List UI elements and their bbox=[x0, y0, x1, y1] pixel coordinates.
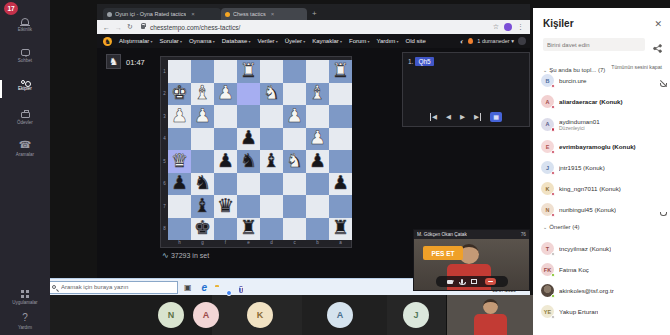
rank-label: 8 bbox=[161, 218, 168, 241]
analysis-board-button[interactable]: ▦ bbox=[490, 112, 502, 122]
presence-busy-dot bbox=[551, 213, 556, 218]
avatar: E bbox=[541, 140, 554, 153]
square-a3[interactable] bbox=[329, 105, 352, 128]
search-input[interactable] bbox=[59, 283, 169, 291]
mini-call-titlebar: M. Gökçen Okan Çatak 76 bbox=[414, 230, 529, 239]
participant-text: king_ngn7011 (Konuk) bbox=[559, 185, 621, 192]
piece-white-rook-a1[interactable]: ♜ bbox=[332, 61, 349, 80]
participant-row[interactable]: Bburcin.ure bbox=[541, 70, 666, 91]
menu-item-sorular[interactable]: Sorular ▾ bbox=[159, 38, 181, 44]
tab-favicon-icon bbox=[225, 12, 230, 17]
square-g8[interactable]: ♚ bbox=[191, 218, 214, 241]
strip-avatar-N: N bbox=[158, 302, 184, 328]
square-e2[interactable] bbox=[237, 83, 260, 106]
browser-tab-2[interactable]: Chess tactics× bbox=[221, 8, 307, 20]
participant-name: king_ngn7011 (Konuk) bbox=[559, 185, 621, 192]
piece-white-pawn-b4[interactable]: ♟ bbox=[309, 128, 326, 147]
participant-row[interactable]: Kking_ngn7011 (Konuk) bbox=[541, 178, 666, 199]
participant-text: burcin.ure bbox=[559, 77, 587, 84]
presence-offline-dot bbox=[551, 315, 556, 320]
hangup-button[interactable] bbox=[485, 278, 496, 285]
avatar: K bbox=[541, 182, 554, 195]
back-icon[interactable]: ← bbox=[103, 24, 110, 31]
invite-field[interactable] bbox=[543, 38, 645, 51]
participant-name: aydinduman01 bbox=[559, 118, 600, 125]
participant-name: evrimbayramoglu (Konuk) bbox=[559, 143, 636, 150]
piece-black-queen-f7[interactable]: ♛ bbox=[217, 196, 234, 215]
streak-flame-icon bbox=[468, 38, 473, 44]
participant-row[interactable]: YEYakup Erturan bbox=[541, 301, 666, 322]
square-g6[interactable]: ♞ bbox=[191, 173, 214, 196]
avatar: A bbox=[541, 95, 554, 108]
participant-name: akinkoles@tsf.org.tr bbox=[559, 287, 614, 294]
piece-white-king-h2[interactable]: ♚ bbox=[171, 83, 188, 102]
avatar bbox=[541, 284, 554, 297]
participant-text: aliardaeracar (Konuk) bbox=[559, 98, 623, 105]
square-a6[interactable]: ♟ bbox=[329, 173, 352, 196]
square-g4[interactable] bbox=[191, 128, 214, 151]
sidebar-item-ekipler[interactable]: Ekipler bbox=[0, 78, 50, 91]
square-f2[interactable]: ♟ bbox=[214, 83, 237, 106]
square-e7[interactable] bbox=[237, 195, 260, 218]
participant-row[interactable]: Aaydinduman01Düzenleyici bbox=[541, 112, 666, 136]
chevron-down-icon: ▾ bbox=[247, 39, 250, 44]
chevron-down-icon: ▾ bbox=[395, 39, 398, 44]
address-bar[interactable]: chesstempo.com/chess-tactics/ bbox=[150, 24, 488, 31]
square-d4[interactable] bbox=[260, 128, 283, 151]
camera-icon[interactable] bbox=[447, 280, 453, 284]
activity-badge: 17 bbox=[4, 2, 18, 15]
square-h2[interactable]: ♚ bbox=[168, 83, 191, 106]
square-d6[interactable] bbox=[260, 173, 283, 196]
screen-share-icon[interactable] bbox=[471, 279, 477, 284]
piece-black-bishop-g7[interactable]: ♝ bbox=[194, 196, 211, 215]
square-h7[interactable] bbox=[168, 195, 191, 218]
square-f6[interactable] bbox=[214, 173, 237, 196]
piece-white-pawn-f2[interactable]: ♟ bbox=[217, 83, 234, 102]
tab-favicon-icon bbox=[107, 12, 112, 17]
square-e1[interactable]: ♜ bbox=[237, 60, 260, 83]
square-h8[interactable] bbox=[168, 218, 191, 241]
square-c2[interactable] bbox=[283, 83, 306, 106]
square-d5[interactable]: ♝ bbox=[260, 150, 283, 173]
mini-call-right-text: 76 bbox=[521, 232, 526, 237]
square-e4[interactable]: ♟ bbox=[237, 128, 260, 151]
participant-name: nuribingul45 (Konuk) bbox=[559, 206, 616, 213]
piece-black-knight-e5[interactable]: ♞ bbox=[240, 151, 257, 170]
sidebar-item-label: Yardım bbox=[18, 325, 32, 330]
participant-name: Yakup Erturan bbox=[559, 308, 598, 315]
square-c6[interactable] bbox=[283, 173, 306, 196]
rank-label: 4 bbox=[161, 128, 168, 151]
avatar: N bbox=[541, 203, 554, 216]
skip-end-icon[interactable]: ▶ bbox=[474, 113, 481, 121]
activity-wave-icon: ∿ bbox=[162, 251, 171, 260]
suggestions-list: Ttncyyilmaz (Konuk)FKFatma Koçakinkoles@… bbox=[541, 238, 666, 322]
strip-avatar-A: A bbox=[327, 302, 353, 328]
sidebar-item-sohbet[interactable]: Sohbet bbox=[0, 47, 50, 63]
teams-app-icon[interactable]: T bbox=[239, 286, 243, 293]
avatar: FK bbox=[541, 263, 554, 276]
participant-text: evrimbayramoglu (Konuk) bbox=[559, 143, 636, 150]
participant-name: jntr1915 (Konuk) bbox=[559, 164, 605, 171]
rank-label: 7 bbox=[161, 195, 168, 218]
rank-label: 6 bbox=[161, 173, 168, 196]
participant-name: burcin.ure bbox=[559, 77, 587, 84]
square-a8[interactable]: ♜ bbox=[329, 218, 352, 241]
square-c5[interactable]: ♞ bbox=[283, 150, 306, 173]
chevron-down-icon: ⌄ bbox=[543, 224, 547, 230]
square-h5[interactable]: ♛ bbox=[168, 150, 191, 173]
mini-call-title: M. Gökçen Okan Çatak bbox=[417, 232, 467, 237]
people-panel: Kişiler ✕ ⌄Şu anda bu topl... (7) Tümünü… bbox=[533, 8, 670, 335]
piece-white-bishop-g2[interactable]: ♝ bbox=[194, 83, 211, 102]
piece-white-pawn-h3[interactable]: ♟ bbox=[171, 106, 188, 125]
chess-board-frame: 12345678 hgfedcba ♜♜♚♝♟♞♝♟♟♟♟♟♛♟♞♝♞♟♟♞♟♝… bbox=[160, 56, 352, 248]
current-move[interactable]: Qh5 bbox=[415, 57, 433, 66]
menubar-right: ◐ 1 dumaneder ▾ bbox=[460, 34, 526, 48]
piece-white-bishop-b2[interactable]: ♝ bbox=[309, 83, 326, 102]
tab-title: Chess tactics bbox=[233, 11, 266, 17]
chevron-down-icon: ▾ bbox=[149, 39, 152, 44]
square-d1[interactable] bbox=[260, 60, 283, 83]
square-c8[interactable] bbox=[283, 218, 306, 241]
chevron-down-icon: ▾ bbox=[302, 39, 305, 44]
chess-board[interactable]: ♜♜♚♝♟♞♝♟♟♟♟♟♛♟♞♝♞♟♟♞♟♝♛♚♜♜ bbox=[168, 60, 352, 240]
lock-icon bbox=[141, 25, 145, 29]
square-b7[interactable] bbox=[306, 195, 329, 218]
participant-row[interactable]: Ttncyyilmaz (Konuk) bbox=[541, 238, 666, 259]
refresh-icon[interactable]: ↻ bbox=[127, 23, 133, 31]
participant-text: jntr1915 (Konuk) bbox=[559, 164, 605, 171]
piece-white-rook-e1[interactable]: ♜ bbox=[240, 61, 257, 80]
chevron-down-icon: ▾ bbox=[339, 39, 342, 44]
square-h3[interactable]: ♟ bbox=[168, 105, 191, 128]
piece-black-bishop-d5[interactable]: ♝ bbox=[263, 151, 280, 170]
square-a1[interactable]: ♜ bbox=[329, 60, 352, 83]
square-c4[interactable] bbox=[283, 128, 306, 151]
presence-busy-dot bbox=[551, 127, 556, 132]
square-e3[interactable] bbox=[237, 105, 260, 128]
presence-busy-dot bbox=[551, 105, 556, 110]
avatar: YE bbox=[541, 305, 554, 318]
square-e8[interactable]: ♜ bbox=[237, 218, 260, 241]
user-avatar[interactable] bbox=[518, 37, 526, 45]
square-f8[interactable] bbox=[214, 218, 237, 241]
chevron-down-icon: ▾ bbox=[366, 39, 369, 44]
participant-name: Fatma Koç bbox=[559, 266, 589, 273]
webcam-person bbox=[447, 295, 533, 335]
piece-white-queen-h5[interactable]: ♛ bbox=[171, 151, 188, 170]
square-d8[interactable] bbox=[260, 218, 283, 241]
presence-available-dot bbox=[551, 294, 556, 299]
square-b6[interactable] bbox=[306, 173, 329, 196]
square-a4[interactable] bbox=[329, 128, 352, 151]
participant-name: tncyyilmaz (Konuk) bbox=[559, 245, 611, 252]
square-b4[interactable]: ♟ bbox=[306, 128, 329, 151]
menu-item-forum[interactable]: Forum ▾ bbox=[349, 38, 369, 44]
browser-tab-1[interactable]: Oyun içi - Oyna Rated tactics× bbox=[103, 8, 221, 20]
piece-white-knight-d2[interactable]: ♞ bbox=[263, 83, 280, 102]
square-f4[interactable] bbox=[214, 128, 237, 151]
piece-black-pawn-f5[interactable]: ♟ bbox=[217, 151, 234, 170]
square-f1[interactable] bbox=[214, 60, 237, 83]
sidebar-item-etkinlik[interactable]: Etkinlik bbox=[0, 16, 50, 32]
sidebar-item-ödevler[interactable]: Ödevler bbox=[0, 109, 50, 125]
participant-text: akinkoles@tsf.org.tr bbox=[559, 287, 614, 294]
playback-controls: ◀ ◀ ▶ ▶ ▦ bbox=[403, 112, 529, 122]
square-a5[interactable] bbox=[329, 150, 352, 173]
square-h6[interactable]: ♟ bbox=[168, 173, 191, 196]
chevron-down-icon: ▾ bbox=[212, 39, 215, 44]
problem-thumbnail-knight-icon: ♞ bbox=[106, 54, 121, 69]
assignments-icon bbox=[21, 112, 30, 118]
square-d3[interactable] bbox=[260, 105, 283, 128]
square-g5[interactable] bbox=[191, 150, 214, 173]
menu-item-oynama[interactable]: Oynama ▾ bbox=[189, 38, 215, 44]
strip-avatar-A: A bbox=[193, 302, 219, 328]
bookmark-star-icon[interactable]: ☆ bbox=[493, 23, 499, 31]
presence-busy-dot bbox=[551, 171, 556, 176]
square-e6[interactable] bbox=[237, 173, 260, 196]
piece-black-pawn-h6[interactable]: ♟ bbox=[171, 173, 188, 192]
close-icon[interactable]: ✕ bbox=[654, 19, 662, 29]
move-line: 1. Qh5 bbox=[408, 57, 434, 66]
piece-black-king-g8[interactable]: ♚ bbox=[194, 218, 211, 237]
participant-row[interactable]: Jjntr1915 (Konuk) bbox=[541, 157, 666, 178]
invite-input[interactable] bbox=[543, 41, 639, 49]
sidebar-item-label: Ekipler bbox=[18, 86, 32, 91]
piece-black-pawn-b5[interactable]: ♟ bbox=[309, 151, 326, 170]
sidebar-item-yardım[interactable]: ?Yardım bbox=[0, 313, 50, 330]
menu-item-kaynaklar[interactable]: Kaynaklar ▾ bbox=[312, 38, 342, 44]
avatar: A bbox=[541, 118, 554, 131]
participants-list: Bburcin.ureAaliardaeracar (Konuk)Aaydind… bbox=[541, 70, 666, 220]
square-d7[interactable] bbox=[260, 195, 283, 218]
sidebar-item-uygulamalar[interactable]: Uygulamalar bbox=[0, 288, 50, 305]
square-e5[interactable]: ♞ bbox=[237, 150, 260, 173]
participant-webcam[interactable] bbox=[446, 295, 533, 335]
square-g7[interactable]: ♝ bbox=[191, 195, 214, 218]
menu-item-veriler[interactable]: Veriler ▾ bbox=[258, 38, 278, 44]
presence-busy-dot bbox=[551, 84, 556, 89]
people-icon bbox=[21, 80, 25, 84]
dark-mode-icon[interactable]: ◐ bbox=[460, 38, 464, 45]
participant-row[interactable]: Nnuribingul45 (Konuk) bbox=[541, 199, 666, 220]
menu-items: Alıştırmalar ▾Sorular ▾Oynama ▾Database … bbox=[119, 38, 426, 44]
apps-grid-icon bbox=[21, 290, 24, 293]
rank-label: 2 bbox=[161, 83, 168, 106]
square-g3[interactable]: ♟ bbox=[191, 105, 214, 128]
call-controls bbox=[436, 276, 508, 287]
menu-item-yardım[interactable]: Yardım ▾ bbox=[376, 38, 398, 44]
strip-avatar-K: K bbox=[247, 302, 273, 328]
rank-label: 5 bbox=[161, 150, 168, 173]
phone-icon: ☎ bbox=[19, 140, 31, 150]
square-f3[interactable] bbox=[214, 105, 237, 128]
square-g2[interactable]: ♝ bbox=[191, 83, 214, 106]
strip-avatar-J: J bbox=[403, 302, 429, 328]
square-g1[interactable] bbox=[191, 60, 214, 83]
move-number: 1. bbox=[408, 58, 413, 65]
square-b5[interactable]: ♟ bbox=[306, 150, 329, 173]
piece-black-rook-e8[interactable]: ♜ bbox=[240, 218, 257, 237]
section-suggestions-header[interactable]: ⌄ Öneriler (4) bbox=[543, 224, 580, 230]
menu-item-database[interactable]: Database ▾ bbox=[222, 38, 251, 44]
square-h1[interactable] bbox=[168, 60, 191, 83]
people-panel-title: Kişiler bbox=[543, 18, 574, 29]
rank-label: 1 bbox=[161, 60, 168, 83]
sidebar-item-label: Aramalar bbox=[16, 152, 34, 157]
participant-row[interactable]: FKFatma Koç bbox=[541, 259, 666, 280]
move-list-panel: 1. Qh5 ◀ ◀ ▶ ▶ ▦ bbox=[402, 52, 530, 127]
forward-icon[interactable]: → bbox=[115, 24, 122, 31]
piece-black-pawn-a6[interactable]: ♟ bbox=[332, 173, 349, 192]
participant-text: nuribingul45 (Konuk) bbox=[559, 206, 616, 213]
taskbar-search[interactable] bbox=[48, 281, 178, 294]
participant-text: Fatma Koç bbox=[559, 266, 589, 273]
menu-item-alıştırmalar[interactable]: Alıştırmalar ▾ bbox=[119, 38, 152, 44]
participant-video-strip: NAKAJ bbox=[50, 295, 533, 335]
participant-row[interactable]: Aaliardaeracar (Konuk) bbox=[541, 91, 666, 112]
chevron-down-icon: ▾ bbox=[179, 39, 182, 44]
square-b2[interactable]: ♝ bbox=[306, 83, 329, 106]
avatar: T bbox=[541, 242, 554, 255]
teams-meeting-screen: 17 EtkinlikSohbetEkiplerÖdevler☎Aramalar… bbox=[0, 0, 670, 335]
piece-white-pawn-g3[interactable]: ♟ bbox=[194, 106, 211, 125]
square-c3[interactable]: ♟ bbox=[283, 105, 306, 128]
sidebar-item-label: Etkinlik bbox=[18, 27, 32, 32]
presence-busy-dot bbox=[551, 192, 556, 197]
piece-black-rook-a8[interactable]: ♜ bbox=[332, 218, 349, 237]
participant-name: aliardaeracar (Konuk) bbox=[559, 98, 623, 105]
skip-start-icon[interactable]: ◀ bbox=[430, 113, 437, 121]
tab-close-icon[interactable]: × bbox=[271, 11, 275, 17]
sidebar-item-aramalar[interactable]: ☎Aramalar bbox=[0, 140, 50, 157]
user-menu[interactable]: 1 dumaneder ▾ bbox=[477, 38, 514, 44]
piece-white-knight-c5[interactable]: ♞ bbox=[286, 151, 303, 170]
browser-tab-strip: Oyun içi - Oyna Rated tactics×Chess tact… bbox=[97, 4, 530, 20]
menu-item-üyeler[interactable]: Üyeler ▾ bbox=[285, 38, 305, 44]
edge-icon[interactable]: e bbox=[202, 282, 208, 293]
avatar: B bbox=[541, 74, 554, 87]
square-b3[interactable] bbox=[306, 105, 329, 128]
square-f7[interactable]: ♛ bbox=[214, 195, 237, 218]
mini-call-window[interactable]: M. Gökçen Okan Çatak 76 bbox=[413, 229, 530, 291]
piece-black-knight-g6[interactable]: ♞ bbox=[194, 173, 211, 192]
new-tab-icon[interactable]: + bbox=[312, 9, 317, 18]
prev-move-icon[interactable]: ◀ bbox=[446, 113, 451, 121]
browser-toolbar: ← → ↻ chesstempo.com/chess-tactics/ ☆ ⋮ bbox=[97, 20, 530, 34]
chat-icon bbox=[21, 49, 30, 56]
square-d2[interactable]: ♞ bbox=[260, 83, 283, 106]
sidebar-item-label: Uygulamalar bbox=[12, 300, 37, 305]
square-c7[interactable] bbox=[283, 195, 306, 218]
tab-close-icon[interactable]: × bbox=[191, 11, 195, 17]
problem-set-info: ∿ 37293 in set bbox=[162, 251, 209, 260]
chesstempo-menubar: ♞ Alıştırmalar ▾Sorular ▾Oynama ▾Databas… bbox=[97, 34, 530, 48]
game-clock: 01:47 bbox=[126, 58, 145, 67]
presence-available-dot bbox=[551, 273, 556, 278]
tab-title: Oyun içi - Oyna Rated tactics bbox=[115, 11, 186, 17]
next-move-icon[interactable]: ▶ bbox=[460, 113, 465, 121]
sidebar-item-label: Ödevler bbox=[17, 120, 33, 125]
participant-text: Yakup Erturan bbox=[559, 308, 598, 315]
chevron-down-icon: ▾ bbox=[275, 39, 278, 44]
presence-busy-dot bbox=[551, 150, 556, 155]
browser-profile-avatar[interactable] bbox=[504, 23, 512, 31]
share-invite-icon[interactable] bbox=[653, 39, 662, 57]
square-f5[interactable]: ♟ bbox=[214, 150, 237, 173]
menu-item-old-site[interactable]: Old site bbox=[405, 38, 425, 44]
square-c1[interactable] bbox=[283, 60, 306, 83]
square-a2[interactable] bbox=[329, 83, 352, 106]
participant-row[interactable]: Eevrimbayramoglu (Konuk) bbox=[541, 136, 666, 157]
avatar: J bbox=[541, 161, 554, 174]
presence-offline-dot bbox=[551, 252, 556, 257]
teams-sidebar-rail: 17 EtkinlikSohbetEkiplerÖdevler☎Aramalar… bbox=[0, 0, 50, 335]
square-h4[interactable] bbox=[168, 128, 191, 151]
task-view-icon[interactable]: ▣ bbox=[184, 283, 192, 292]
participant-role: Düzenleyici bbox=[559, 125, 600, 131]
bell-icon bbox=[21, 18, 29, 25]
rank-label: 3 bbox=[161, 105, 168, 128]
rank-labels: 12345678 bbox=[161, 60, 168, 240]
resign-button[interactable]: PES ET bbox=[423, 246, 463, 260]
participant-text: aydinduman01Düzenleyici bbox=[559, 118, 600, 131]
help-icon: ? bbox=[22, 313, 28, 323]
chesstempo-logo-icon[interactable]: ♞ bbox=[103, 37, 112, 46]
participant-row[interactable]: akinkoles@tsf.org.tr bbox=[541, 280, 666, 301]
square-a7[interactable] bbox=[329, 195, 352, 218]
square-b8[interactable] bbox=[306, 218, 329, 241]
search-icon bbox=[52, 285, 56, 289]
square-b1[interactable] bbox=[306, 60, 329, 83]
piece-black-pawn-e4[interactable]: ♟ bbox=[240, 128, 257, 147]
browser-menu-icon[interactable]: ⋮ bbox=[517, 23, 524, 31]
piece-white-pawn-c3[interactable]: ♟ bbox=[286, 106, 303, 125]
participant-text: tncyyilmaz (Konuk) bbox=[559, 245, 611, 252]
mic-icon[interactable] bbox=[461, 279, 464, 284]
